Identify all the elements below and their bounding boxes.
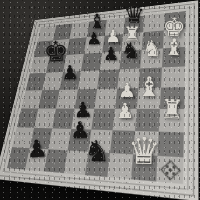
piece-white-queen-a2[interactable]: ♛ [127, 133, 161, 171]
piece-black-knight-a4[interactable]: ♞ [84, 137, 111, 166]
piece-white-rook-c1[interactable]: ♜ [160, 95, 185, 122]
piece-black-pawn-g5[interactable]: ♟ [86, 30, 102, 47]
piece-white-bishop-f1[interactable]: ♝ [163, 36, 185, 60]
chess-photo-scene: ♝♛♟♟♜♚♚♟♞♞♝♟♟♝♟♟♜♟♟♞♛ [0, 0, 200, 200]
piece-black-knight-f3[interactable]: ♞ [121, 40, 141, 62]
piece-black-pawn-f4[interactable]: ♟ [103, 45, 119, 63]
piece-white-pawn-d3[interactable]: ♟ [118, 80, 136, 100]
pieces-layer: ♝♛♟♟♜♚♚♟♞♞♝♟♟♝♟♟♜♟♟♞♛ [0, 0, 200, 200]
piece-white-pawn-c3[interactable]: ♟ [116, 101, 135, 122]
piece-white-knight-f2[interactable]: ♞ [142, 38, 162, 61]
piece-black-pawn-a7[interactable]: ♟ [25, 136, 48, 161]
piece-white-bishop-d2[interactable]: ♝ [137, 73, 162, 101]
piece-black-pawn-e6[interactable]: ♟ [61, 63, 79, 83]
